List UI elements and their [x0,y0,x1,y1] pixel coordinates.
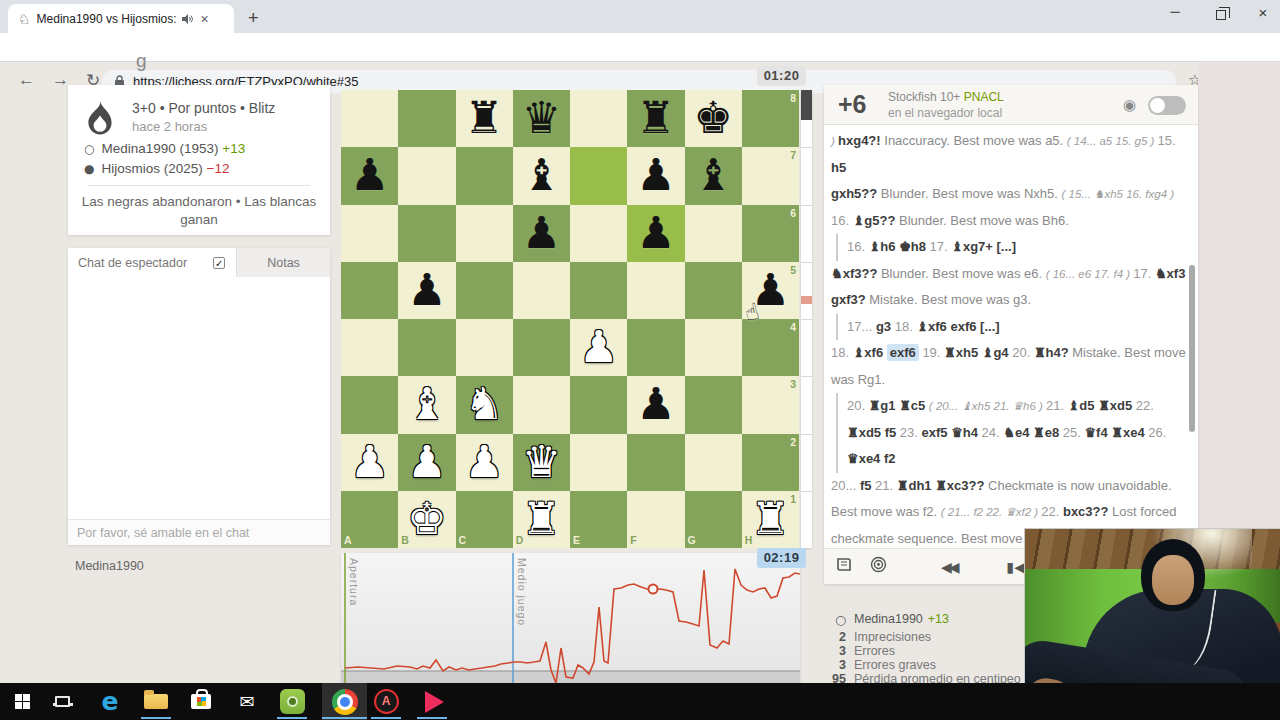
square-e7[interactable] [570,147,627,204]
square-h2[interactable]: 2 [742,434,799,491]
white-piece-e4[interactable]: ♟ [570,319,627,376]
move-token[interactable]: ♜h4? [1034,345,1069,360]
square-c8[interactable]: ♜ [456,90,513,147]
move-token[interactable]: ♜e8 [1033,425,1063,440]
chat-panel: Chat de espectador ✓ Notas [68,248,330,545]
new-tab-button[interactable]: + [248,8,259,29]
square-h7[interactable]: 7 [742,147,799,204]
move-token[interactable]: bxc3?? [1063,504,1109,519]
square-a5[interactable] [341,262,398,319]
white-piece-d2[interactable]: ♛ [513,434,570,491]
windows-taskbar: e ✉ A [0,683,1280,720]
move-number: 17. [930,239,952,254]
move-number: 21. [875,478,897,493]
move-token[interactable]: f5 [860,478,875,493]
running-indicator [371,717,401,719]
move-token[interactable]: ♛f4 [1084,425,1111,440]
square-b3[interactable]: ♝ [398,376,455,433]
task-view-button[interactable] [47,683,77,720]
black-piece-g8[interactable]: ♚ [685,90,742,147]
square-g4[interactable] [685,319,742,376]
white-piece-b3[interactable]: ♝ [398,376,455,433]
chat-input[interactable] [68,519,330,545]
gauge-tick [801,491,812,492]
file-label-d: D [516,534,524,546]
square-d4[interactable] [513,319,570,376]
square-f5[interactable] [627,262,684,319]
square-e4[interactable]: ♟ [570,319,627,376]
rank-label-4: 4 [790,321,796,333]
white-clock: 02:19 [757,548,806,568]
square-c1[interactable]: C [456,491,513,548]
square-h1[interactable]: ♜H1 [742,491,799,548]
black-piece-c8[interactable]: ♜ [456,90,513,147]
screen-recorder-button[interactable] [277,683,307,720]
square-d8[interactable]: ♛ [513,90,570,147]
square-a1[interactable]: A [341,491,398,548]
move-comment: ( 15... ♞xh5 16. fxg4 ) [1062,188,1175,200]
square-a4[interactable] [341,319,398,376]
square-g5[interactable] [685,262,742,319]
gauge-tick [801,319,812,320]
tab-title: Medina1990 vs Hijosmios: B [37,12,177,26]
move-token[interactable]: exf6 [950,319,980,334]
mainline-moves[interactable]: ♞xf3?? Blunder. Best move was e6. ( 16..… [831,261,1190,288]
played-ago: hace 2 horas [132,119,207,134]
black-piece-a7[interactable]: ♟ [341,147,398,204]
file-label-g: G [688,534,696,546]
move-comment: ( 16... e6 17. f4 ) [1046,268,1134,280]
move-number: 18. [831,345,853,360]
black-piece-b5[interactable]: ♟ [398,262,455,319]
rank-label-3: 3 [790,378,796,390]
square-c2[interactable]: ♟ [456,434,513,491]
mail-button[interactable]: ✉ [232,683,262,720]
movelist-scrollbar[interactable] [1189,265,1195,432]
move-token[interactable]: hxg4?! [838,133,881,148]
tab-spectator-chat[interactable]: Chat de espectador ✓ [68,248,236,277]
square-e2[interactable] [570,434,627,491]
running-indicator [141,717,171,719]
move-comment: ( 21... f2 22. ♛xf2 ) [941,506,1041,518]
square-d2[interactable]: ♛ [513,434,570,491]
chat-tab-label: Chat de espectador [78,256,187,270]
move-number: 20. [847,398,869,413]
move-token[interactable]: ♜c5 [899,398,929,413]
move-token[interactable]: ♝d5 [1068,398,1098,413]
square-d3[interactable] [513,376,570,433]
rank-label-2: 2 [790,436,796,448]
chess-board[interactable]: ♜♛♜♚8♟♝♟♝7♟♟6♟♟5♟4♝♞♟3♟♟♟♛2A♚BC♜DEFG♜H1 [341,90,799,548]
mainline-moves[interactable]: gxh5?? Blunder. Best move was Nxh5. ( 15… [831,181,1190,208]
black-rating-change: −12 [207,161,230,176]
file-label-c: C [459,534,467,546]
move-number: 26. [1148,425,1166,440]
rank-label-5: 5 [790,264,796,276]
window-restore-button[interactable] [1216,10,1226,20]
engine-toggle[interactable] [1148,96,1186,115]
media-player-button[interactable] [419,683,449,720]
black-clock: 01:20 [757,66,806,86]
move-number: 25. [1063,425,1085,440]
move-token[interactable]: [...] [980,319,1000,334]
square-h4[interactable]: 4 [742,319,799,376]
chat-messages-area [68,277,330,519]
move-token[interactable]: ♞xf3?? [831,266,877,281]
white-dot-icon: ○ [84,142,94,156]
window-close-button[interactable]: × [1248,4,1278,21]
move-token[interactable]: gxf3? [831,292,866,307]
notes-tab-label: Notas [267,256,300,270]
file-label-e: E [573,534,580,546]
windows-logo-icon [15,694,30,709]
square-h6[interactable]: 6 [742,205,799,262]
square-f2[interactable] [627,434,684,491]
move-number: 17... [847,319,876,334]
game-meta-card: 3+0 • Por puntos • Blitz hace 2 horas ○M… [68,85,330,235]
move-token[interactable]: ♝xg7+ [951,239,996,254]
square-e8[interactable] [570,90,627,147]
running-indicator [322,717,367,719]
current-move[interactable]: exf6 [887,344,919,361]
move-comment: Blunder. Best move was Bh6. [895,213,1068,228]
white-piece-c2[interactable]: ♟ [456,434,513,491]
move-token[interactable]: ♞xf3 [1155,266,1185,281]
graph-plot [341,553,800,683]
move-list: ) hxg4?! Inaccuracy. Best move was a5. (… [824,125,1198,548]
square-h8[interactable]: 8 [742,90,799,147]
eval-gauge-zero-mark [801,296,812,304]
square-f6[interactable]: ♟ [627,205,684,262]
square-c6[interactable] [456,205,513,262]
advantage-graph[interactable]: Apertura Medio juego [341,553,800,683]
stat-count: 2 [828,630,854,644]
running-indicator [417,717,447,719]
move-comment: ( 14... a5 15. g5 ) [1067,135,1158,147]
screen: ♘ Medina1990 vs Hijosmios: B × + ─ × ← →… [0,0,1280,720]
variation-line[interactable]: 16. ♝h6 ♚h8 17. ♝xg7+ [...] [836,234,1190,261]
phase-label-middlegame: Medio juego [516,558,528,626]
move-number: 20. [1012,345,1034,360]
stat-label: Imprecisiones [854,630,931,644]
move-number: 16. [847,239,869,254]
move-number: 22. [1041,504,1063,519]
move-token[interactable]: g3 [876,319,895,334]
black-piece-d8[interactable]: ♛ [513,90,570,147]
square-b1[interactable]: ♚B [398,491,455,548]
move-token[interactable]: ♜xd5 [847,425,885,440]
move-token[interactable]: ♝g4 [982,345,1012,360]
move-number: 18. [895,319,917,334]
move-number: 23. [900,425,922,440]
black-piece-g7[interactable]: ♝ [685,147,742,204]
square-f1[interactable]: F [627,491,684,548]
browser-toolbar: ← → ↻ https://lichess.org/ETZPyxPQ/white… [0,33,1280,62]
recorder-a-icon: A [374,689,399,714]
square-f8[interactable]: ♜ [627,90,684,147]
square-c4[interactable] [456,319,513,376]
browser-tab[interactable]: ♘ Medina1990 vs Hijosmios: B × [8,4,234,33]
store-button[interactable] [186,683,216,720]
skip-to-start-icon[interactable]: ▮◀ [1007,559,1025,575]
move-token[interactable]: [...] [997,239,1017,254]
square-g3[interactable] [685,376,742,433]
square-f3[interactable]: ♟ [627,376,684,433]
gauge-tick [801,434,812,435]
engine-eval: +6 [838,90,867,119]
chrome-button[interactable] [330,683,360,720]
move-token[interactable]: ♜xc3?? [935,478,984,493]
mainline-moves[interactable]: gxf3? Mistake. Best move was g3. [831,287,1190,314]
white-piece-b2[interactable]: ♟ [398,434,455,491]
square-b6[interactable] [398,205,455,262]
tab-close-icon[interactable]: × [201,11,209,27]
square-d7[interactable]: ♝ [513,147,570,204]
store-icon [191,694,211,709]
play-icon [425,691,444,713]
square-c7[interactable] [456,147,513,204]
black-piece-f8[interactable]: ♜ [627,90,684,147]
file-label-f: F [630,534,636,546]
square-e5[interactable] [570,262,627,319]
move-token[interactable]: ♛h4 [951,425,981,440]
white-piece-c3[interactable]: ♞ [456,376,513,433]
move-comment: Mistake. Best move was g3. [866,292,1031,307]
square-c3[interactable]: ♞ [456,376,513,433]
phase-label-opening: Apertura [348,558,360,606]
lichess-favicon-icon: ♘ [18,11,31,27]
engine-accel: PNACL [964,90,1004,104]
square-g2[interactable] [685,434,742,491]
folder-icon [144,694,168,709]
task-view-icon [55,696,70,707]
engine-header: +6 Stockfish 10+ PNACL en el navegador l… [824,85,1198,125]
black-piece-d6[interactable]: ♟ [513,205,570,262]
move-number: 22. [1136,398,1154,413]
square-c5[interactable] [456,262,513,319]
gauge-target-icon[interactable] [870,556,887,577]
square-b8[interactable] [398,90,455,147]
book-icon[interactable] [836,557,854,576]
move-token[interactable]: ♛xe4 [847,451,884,466]
stat-label: Errores graves [854,658,936,672]
start-button[interactable] [7,683,37,720]
move-token[interactable]: ♝xf6 [916,319,950,334]
square-e1[interactable]: E [570,491,627,548]
square-a3[interactable] [341,376,398,433]
move-comment: Inaccuracy. Best move was a5. [881,133,1067,148]
move-number: 15. [1158,133,1176,148]
square-d6[interactable]: ♟ [513,205,570,262]
stat-count: 3 [828,658,854,672]
move-number: 20... [831,478,860,493]
rank-label-6: 6 [790,207,796,219]
move-comment: Blunder. Best move was e6. [877,266,1045,281]
black-piece-f6[interactable]: ♟ [627,205,684,262]
analysis-panel: +6 Stockfish 10+ PNACL en el navegador l… [824,85,1198,584]
square-b2[interactable]: ♟ [398,434,455,491]
forward-button[interactable]: → [52,70,69,90]
file-label-a: A [344,534,352,546]
white-rating-change: +13 [222,141,245,156]
page-background-strip [1198,62,1280,528]
move-token[interactable]: ♞e4 [1003,425,1033,440]
spectator-name: Medina1990 [75,559,144,573]
move-token[interactable]: ♝xf6 [853,345,887,360]
screen-recorder-icon [280,689,305,714]
move-number: 24. [982,425,1004,440]
window-minimize-button[interactable]: ─ [1160,4,1190,19]
move-comment: ) [831,135,838,147]
square-f4[interactable] [627,319,684,376]
divider [88,185,310,186]
square-b4[interactable] [398,319,455,376]
gauge-tick [801,376,812,377]
recorder-a-button[interactable]: A [371,683,401,720]
square-g7[interactable]: ♝ [685,147,742,204]
move-token[interactable]: ♝g5?? [853,213,896,228]
move-token[interactable]: ♜g1 [869,398,899,413]
chat-toggle-checkbox[interactable]: ✓ [213,257,225,269]
eval-gauge [801,90,812,548]
square-b7[interactable] [398,147,455,204]
time-control: 3+0 • Por puntos • Blitz [132,100,275,116]
mainline-moves[interactable]: ) hxg4?! Inaccuracy. Best move was a5. (… [831,128,1190,181]
browser-titlebar: ♘ Medina1990 vs Hijosmios: B × + ─ × [0,0,1280,33]
black-dot-icon: ● [84,162,94,176]
move-number: 19. [919,345,944,360]
move-token[interactable]: ♜xh5 [944,345,982,360]
move-token[interactable]: ♚h8 [899,239,929,254]
back-button[interactable]: ← [18,70,35,90]
black-piece-d7[interactable]: ♝ [513,147,570,204]
stat-label: Errores [854,644,895,658]
move-comment: Blunder. Best move was Nxh5. [877,186,1061,201]
square-e6[interactable] [570,205,627,262]
gauge-tick [801,205,812,206]
threat-target-icon[interactable]: ◉ [1123,96,1136,114]
tab-notes[interactable]: Notas [236,248,330,277]
variation-line[interactable]: 20. ♜g1 ♜c5 ( 20... ♝xh5 21. ♛h6 ) 21. ♝… [836,393,1190,473]
mainline-moves[interactable]: 18. ♝xf6 exf6 19. ♜xh5 ♝g4 20. ♜h4? Mist… [831,340,1190,393]
mail-icon: ✉ [239,691,254,712]
square-g1[interactable]: G [685,491,742,548]
square-d5[interactable] [513,262,570,319]
square-a7[interactable]: ♟ [341,147,398,204]
white-player-row[interactable]: ○Medina1990 (1953) +13 [84,141,245,156]
blitz-flame-icon [84,101,116,141]
square-a6[interactable] [341,205,398,262]
edge-button[interactable]: e [95,683,125,720]
move-token[interactable]: f2 [884,451,896,466]
eval-gauge-black-share [801,90,812,120]
move-number: 21. [1046,398,1068,413]
chrome-icon [332,689,358,715]
square-a8[interactable] [341,90,398,147]
move-number: 17. [1133,266,1155,281]
file-explorer-button[interactable] [141,683,171,720]
square-b5[interactable]: ♟ [398,262,455,319]
black-player-row[interactable]: ●Hijosmios (2025) −12 [84,161,229,176]
stat-count: 3 [828,644,854,658]
square-g8[interactable]: ♚ [685,90,742,147]
rank-label-8: 8 [790,92,796,104]
variation-line[interactable]: 17... g3 18. ♝xf6 exf6 [...] [836,314,1190,341]
stats-rating-change: +13 [928,612,949,628]
square-e3[interactable] [570,376,627,433]
move-token[interactable]: ♝h6 [869,239,899,254]
white-piece-a2[interactable]: ♟ [341,434,398,491]
square-d1[interactable]: ♜D [513,491,570,548]
rank-label-1: 1 [790,493,796,505]
mainline-moves[interactable]: 16. ♝g5?? Blunder. Best move was Bh6. [831,208,1190,235]
fast-backward-icon[interactable]: ◀◀ [941,559,957,575]
move-comment: ( 20... ♝xh5 21. ♛h6 ) [929,400,1046,412]
move-token[interactable]: gxh5?? [831,186,877,201]
square-f7[interactable]: ♟ [627,147,684,204]
running-indicator [277,717,307,719]
move-token[interactable]: h5 [831,160,846,175]
black-piece-f3[interactable]: ♟ [627,376,684,433]
file-label-h: H [745,534,753,546]
file-label-b: B [401,534,409,546]
rank-label-7: 7 [790,149,796,161]
engine-name: Stockfish 10+ PNACL [888,90,1004,104]
move-token[interactable]: exf5 [922,425,952,440]
move-token[interactable]: f5 [885,425,900,440]
square-a2[interactable]: ♟ [341,434,398,491]
toggle-knob [1150,98,1165,113]
square-g6[interactable] [685,205,742,262]
chat-tabs: Chat de espectador ✓ Notas [68,248,330,277]
black-piece-f7[interactable]: ♟ [627,147,684,204]
square-h3[interactable]: 3 [742,376,799,433]
move-token[interactable]: ♜xd5 [1098,398,1136,413]
edge-icon: e [102,689,119,714]
move-token[interactable]: ♜dh1 [897,478,935,493]
move-token[interactable]: ♜xe4 [1111,425,1148,440]
game-result: Las negras abandonaron • Las blancas gan… [78,193,320,229]
move-number: 16. [831,213,853,228]
white-dot-icon: ○ [828,612,854,628]
engine-location: en el navegador local [888,106,1002,120]
gauge-tick [801,147,812,148]
gauge-tick [801,262,812,263]
page-partial-text: g [136,50,147,72]
tab-audio-icon[interactable] [181,13,193,25]
stats-player-name: Medina1990 [854,612,923,628]
